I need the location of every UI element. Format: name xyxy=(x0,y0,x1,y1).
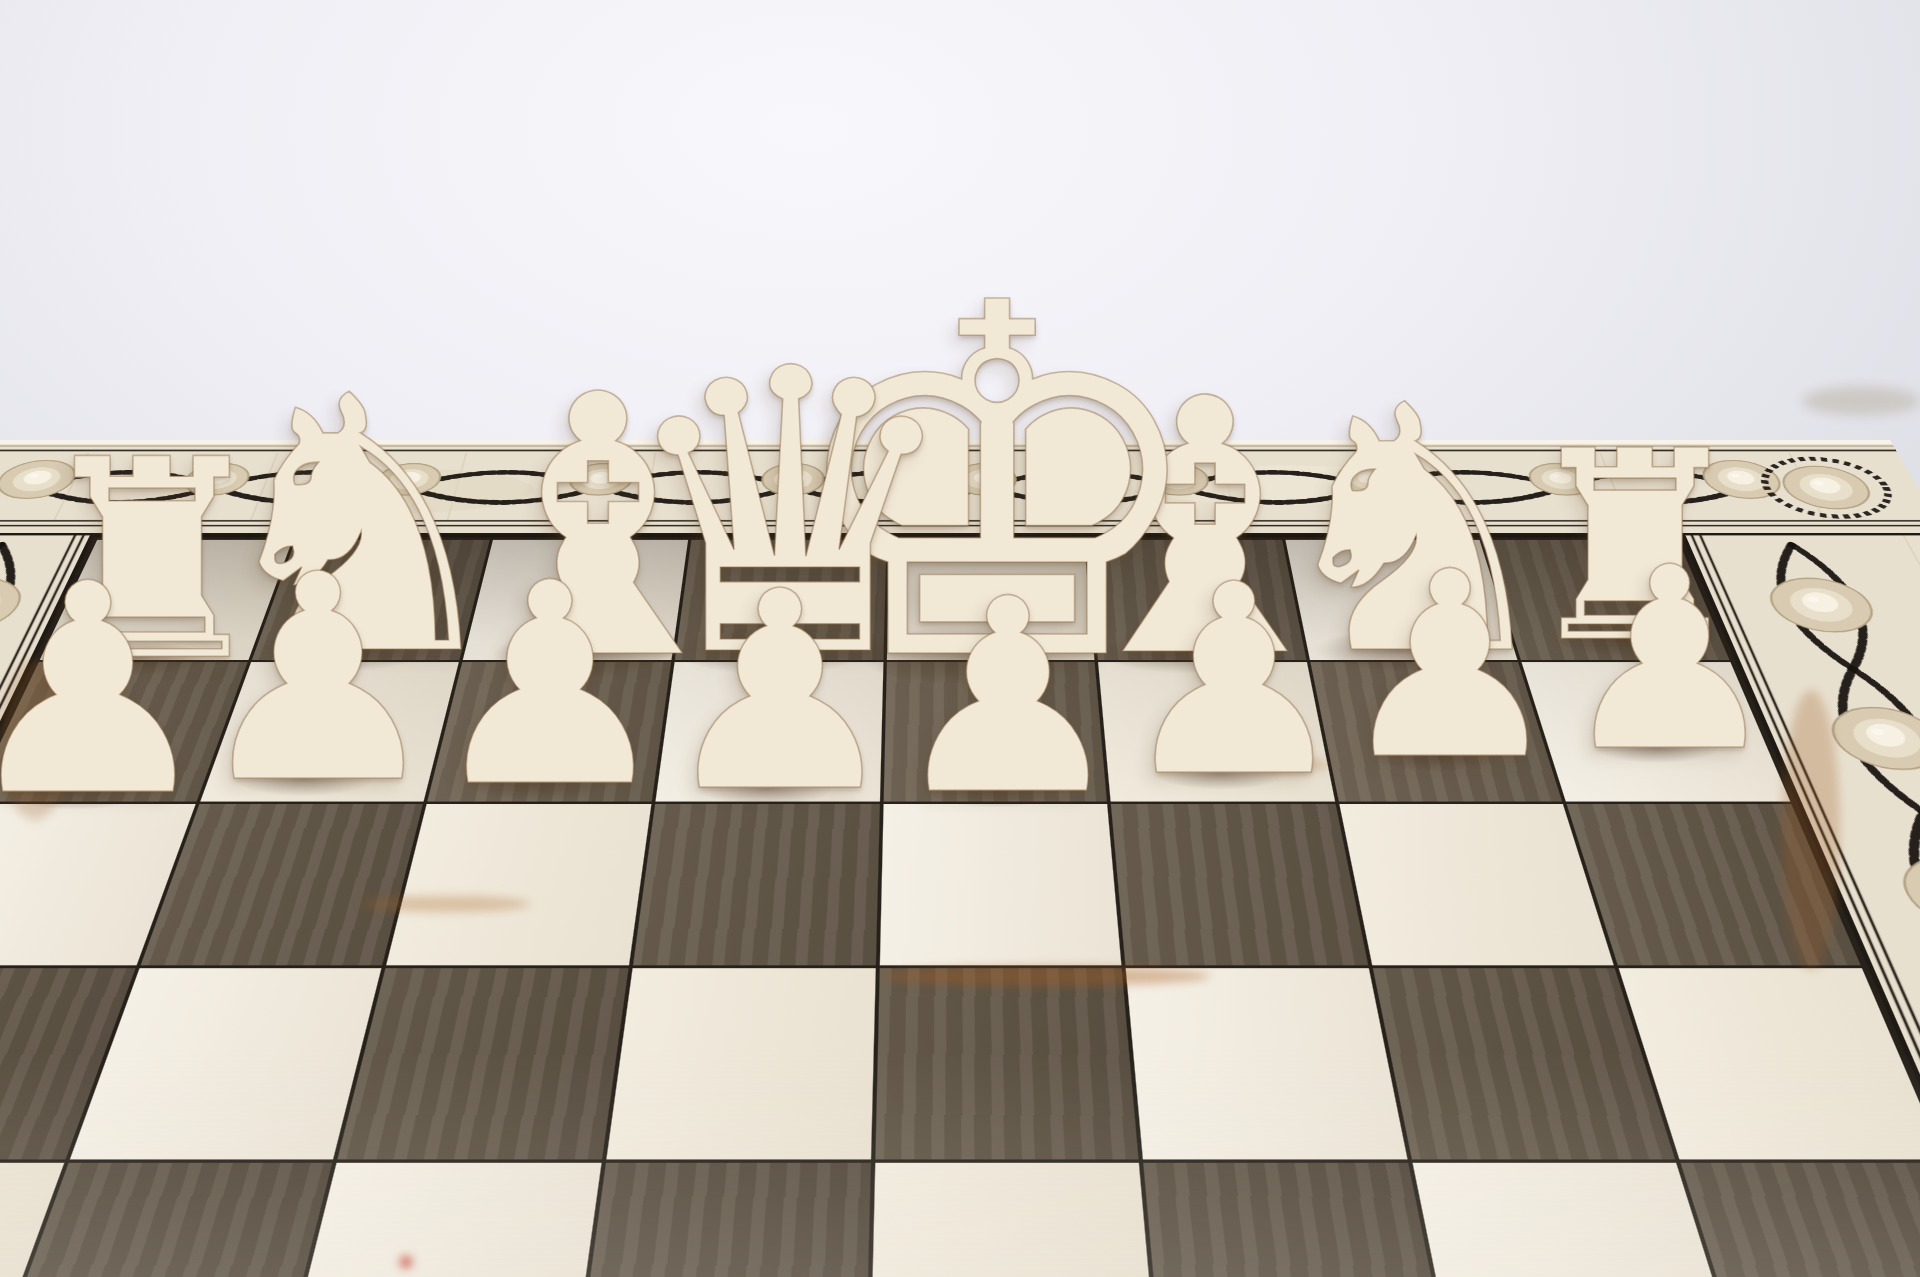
square-c4[interactable] xyxy=(1126,968,1407,1159)
square-d5[interactable] xyxy=(869,1162,1159,1277)
square-c5[interactable] xyxy=(1143,1162,1454,1277)
square-b3[interactable] xyxy=(1339,804,1614,966)
square-e4[interactable] xyxy=(606,968,875,1159)
photo-canvas: ♜♞♝♚♛♝♞♜♟♟♟♟♟♟♟♟ xyxy=(0,0,1920,1277)
square-a5[interactable] xyxy=(1681,1162,1920,1277)
white-pawn[interactable]: ♟ xyxy=(1544,534,1796,786)
square-d4[interactable] xyxy=(875,968,1139,1159)
square-e5[interactable] xyxy=(575,1162,871,1277)
white-pawn[interactable]: ♟ xyxy=(0,546,233,836)
square-f4[interactable] xyxy=(338,968,629,1159)
